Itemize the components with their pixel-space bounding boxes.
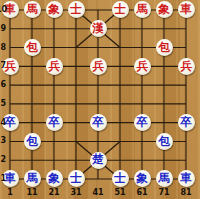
piece-han-horse[interactable]: 馬	[134, 1, 151, 18]
board-intersection[interactable]	[87, 38, 109, 57]
board-intersection[interactable]	[43, 132, 65, 151]
piece-cho-horse[interactable]: 馬	[24, 170, 41, 187]
board-intersection[interactable]	[43, 94, 65, 113]
piece-cho-cannon[interactable]: 包	[24, 133, 41, 150]
board-intersection[interactable]: 象	[43, 1, 65, 20]
piece-cho-guard[interactable]: 士	[68, 170, 85, 187]
board-intersection[interactable]: 卒	[43, 113, 65, 132]
board-intersection[interactable]	[21, 113, 43, 132]
board-intersection[interactable]	[175, 94, 197, 113]
board-intersection[interactable]	[65, 113, 87, 132]
piece-cho-soldier[interactable]: 卒	[178, 114, 195, 131]
piece-cho-elephant[interactable]: 象	[134, 170, 151, 187]
board-intersection[interactable]: 車	[175, 170, 197, 189]
col-label: 1	[7, 189, 13, 197]
board-intersection[interactable]: 士	[109, 170, 131, 189]
piece-cho-soldier[interactable]: 卒	[134, 114, 151, 131]
board-intersection[interactable]	[21, 76, 43, 95]
row-label: 8	[0, 44, 6, 52]
col-label: 31	[70, 189, 81, 197]
board-intersection[interactable]	[43, 38, 65, 57]
board-intersection[interactable]	[131, 132, 153, 151]
board-intersection[interactable]: 兵	[175, 57, 197, 76]
board-intersection[interactable]	[65, 38, 87, 57]
board-intersection[interactable]	[175, 38, 197, 57]
board-intersection[interactable]	[87, 94, 109, 113]
piece-han-elephant[interactable]: 象	[46, 1, 63, 18]
board-intersection[interactable]	[87, 1, 109, 20]
board-intersection[interactable]: 兵	[131, 57, 153, 76]
board-intersection[interactable]	[109, 38, 131, 57]
board-intersection[interactable]	[153, 94, 175, 113]
board-intersection[interactable]	[43, 19, 65, 38]
piece-han-elephant[interactable]: 象	[156, 1, 173, 18]
piece-han-soldier[interactable]: 兵	[134, 58, 151, 75]
board-intersection[interactable]: 象	[131, 170, 153, 189]
board-intersection[interactable]	[21, 19, 43, 38]
board-intersection[interactable]: 楚	[87, 151, 109, 170]
janggi-board: 車馬象士士馬象車漢包包兵兵兵兵兵卒卒卒卒卒包包楚車馬象士士象馬車 1098765…	[0, 0, 200, 199]
board-intersection[interactable]	[87, 170, 109, 189]
row-label: 5	[0, 100, 6, 108]
board-intersection[interactable]	[65, 19, 87, 38]
board-intersection[interactable]	[87, 76, 109, 95]
board-intersection[interactable]	[43, 151, 65, 170]
board-cells: 車馬象士士馬象車漢包包兵兵兵兵兵卒卒卒卒卒包包楚車馬象士士象馬車	[0, 1, 197, 189]
piece-han-soldier[interactable]: 兵	[178, 58, 195, 75]
board-intersection[interactable]: 車	[175, 1, 197, 20]
board-intersection[interactable]	[21, 94, 43, 113]
col-label: 51	[114, 189, 125, 197]
board-intersection[interactable]	[153, 19, 175, 38]
row-label: 6	[0, 81, 6, 89]
piece-cho-horse[interactable]: 馬	[156, 170, 173, 187]
piece-han-guard[interactable]: 士	[112, 1, 129, 18]
piece-cho-soldier[interactable]: 卒	[90, 114, 107, 131]
piece-han-general[interactable]: 漢	[90, 20, 107, 37]
col-label: 21	[48, 189, 59, 197]
board-intersection[interactable]: 馬	[153, 170, 175, 189]
board-intersection[interactable]: 兵	[87, 57, 109, 76]
board-intersection[interactable]	[21, 151, 43, 170]
board-intersection[interactable]	[109, 151, 131, 170]
piece-han-cannon[interactable]: 包	[156, 39, 173, 56]
board-intersection[interactable]	[65, 94, 87, 113]
board-intersection[interactable]: 卒	[87, 113, 109, 132]
piece-han-horse[interactable]: 馬	[24, 1, 41, 18]
board-intersection[interactable]: 士	[109, 1, 131, 20]
board-intersection[interactable]: 兵	[43, 57, 65, 76]
col-label: 41	[92, 189, 103, 197]
row-label: 2	[0, 156, 6, 164]
board-intersection[interactable]	[21, 57, 43, 76]
board-intersection[interactable]: 卒	[131, 113, 153, 132]
board-intersection[interactable]	[131, 19, 153, 38]
board-intersection[interactable]: 象	[153, 1, 175, 20]
board-intersection[interactable]	[109, 94, 131, 113]
board-intersection[interactable]	[153, 57, 175, 76]
board-intersection[interactable]	[65, 57, 87, 76]
board-intersection[interactable]	[131, 76, 153, 95]
board-intersection[interactable]: 馬	[21, 170, 43, 189]
piece-cho-chariot[interactable]: 車	[178, 170, 195, 187]
board-intersection[interactable]: 包	[153, 132, 175, 151]
board-intersection[interactable]: 士	[65, 1, 87, 20]
board-intersection[interactable]	[153, 113, 175, 132]
board-intersection[interactable]: 包	[153, 38, 175, 57]
row-label: 10	[0, 6, 6, 14]
board-intersection[interactable]	[175, 19, 197, 38]
piece-han-soldier[interactable]: 兵	[46, 58, 63, 75]
piece-cho-cannon[interactable]: 包	[156, 133, 173, 150]
board-intersection[interactable]	[131, 38, 153, 57]
board-intersection[interactable]: 包	[21, 132, 43, 151]
board-intersection[interactable]: 包	[21, 38, 43, 57]
board-intersection[interactable]: 漢	[87, 19, 109, 38]
board-intersection[interactable]	[109, 113, 131, 132]
board-intersection[interactable]	[175, 151, 197, 170]
board-intersection[interactable]	[131, 94, 153, 113]
board-intersection[interactable]	[153, 151, 175, 170]
row-label: 3	[0, 137, 6, 145]
row-label: 9	[0, 25, 6, 33]
board-intersection[interactable]	[109, 19, 131, 38]
piece-cho-soldier[interactable]: 卒	[46, 114, 63, 131]
row-label: 1	[0, 175, 6, 183]
board-intersection[interactable]: 士	[65, 170, 87, 189]
board-intersection[interactable]: 馬	[131, 1, 153, 20]
board-intersection[interactable]	[65, 151, 87, 170]
board-intersection[interactable]: 卒	[175, 113, 197, 132]
board-intersection[interactable]: 象	[43, 170, 65, 189]
board-intersection[interactable]	[87, 132, 109, 151]
piece-cho-general[interactable]: 楚	[90, 152, 107, 169]
board-intersection[interactable]	[43, 76, 65, 95]
board-intersection[interactable]	[109, 76, 131, 95]
board-intersection[interactable]	[175, 76, 197, 95]
board-intersection[interactable]	[65, 76, 87, 95]
col-label: 11	[26, 189, 37, 197]
piece-cho-guard[interactable]: 士	[112, 170, 129, 187]
col-label: 61	[136, 189, 147, 197]
piece-cho-elephant[interactable]: 象	[46, 170, 63, 187]
piece-han-chariot[interactable]: 車	[178, 1, 195, 18]
board-intersection[interactable]	[153, 76, 175, 95]
board-intersection[interactable]	[65, 132, 87, 151]
row-label: 4	[0, 119, 6, 127]
row-label: 7	[0, 62, 6, 70]
board-intersection[interactable]	[109, 57, 131, 76]
board-intersection[interactable]	[109, 132, 131, 151]
piece-han-guard[interactable]: 士	[68, 1, 85, 18]
board-intersection[interactable]	[175, 132, 197, 151]
piece-han-soldier[interactable]: 兵	[90, 58, 107, 75]
board-intersection[interactable]	[131, 151, 153, 170]
col-label: 81	[180, 189, 191, 197]
col-label: 71	[158, 189, 169, 197]
piece-han-cannon[interactable]: 包	[24, 39, 41, 56]
board-intersection[interactable]: 馬	[21, 1, 43, 20]
